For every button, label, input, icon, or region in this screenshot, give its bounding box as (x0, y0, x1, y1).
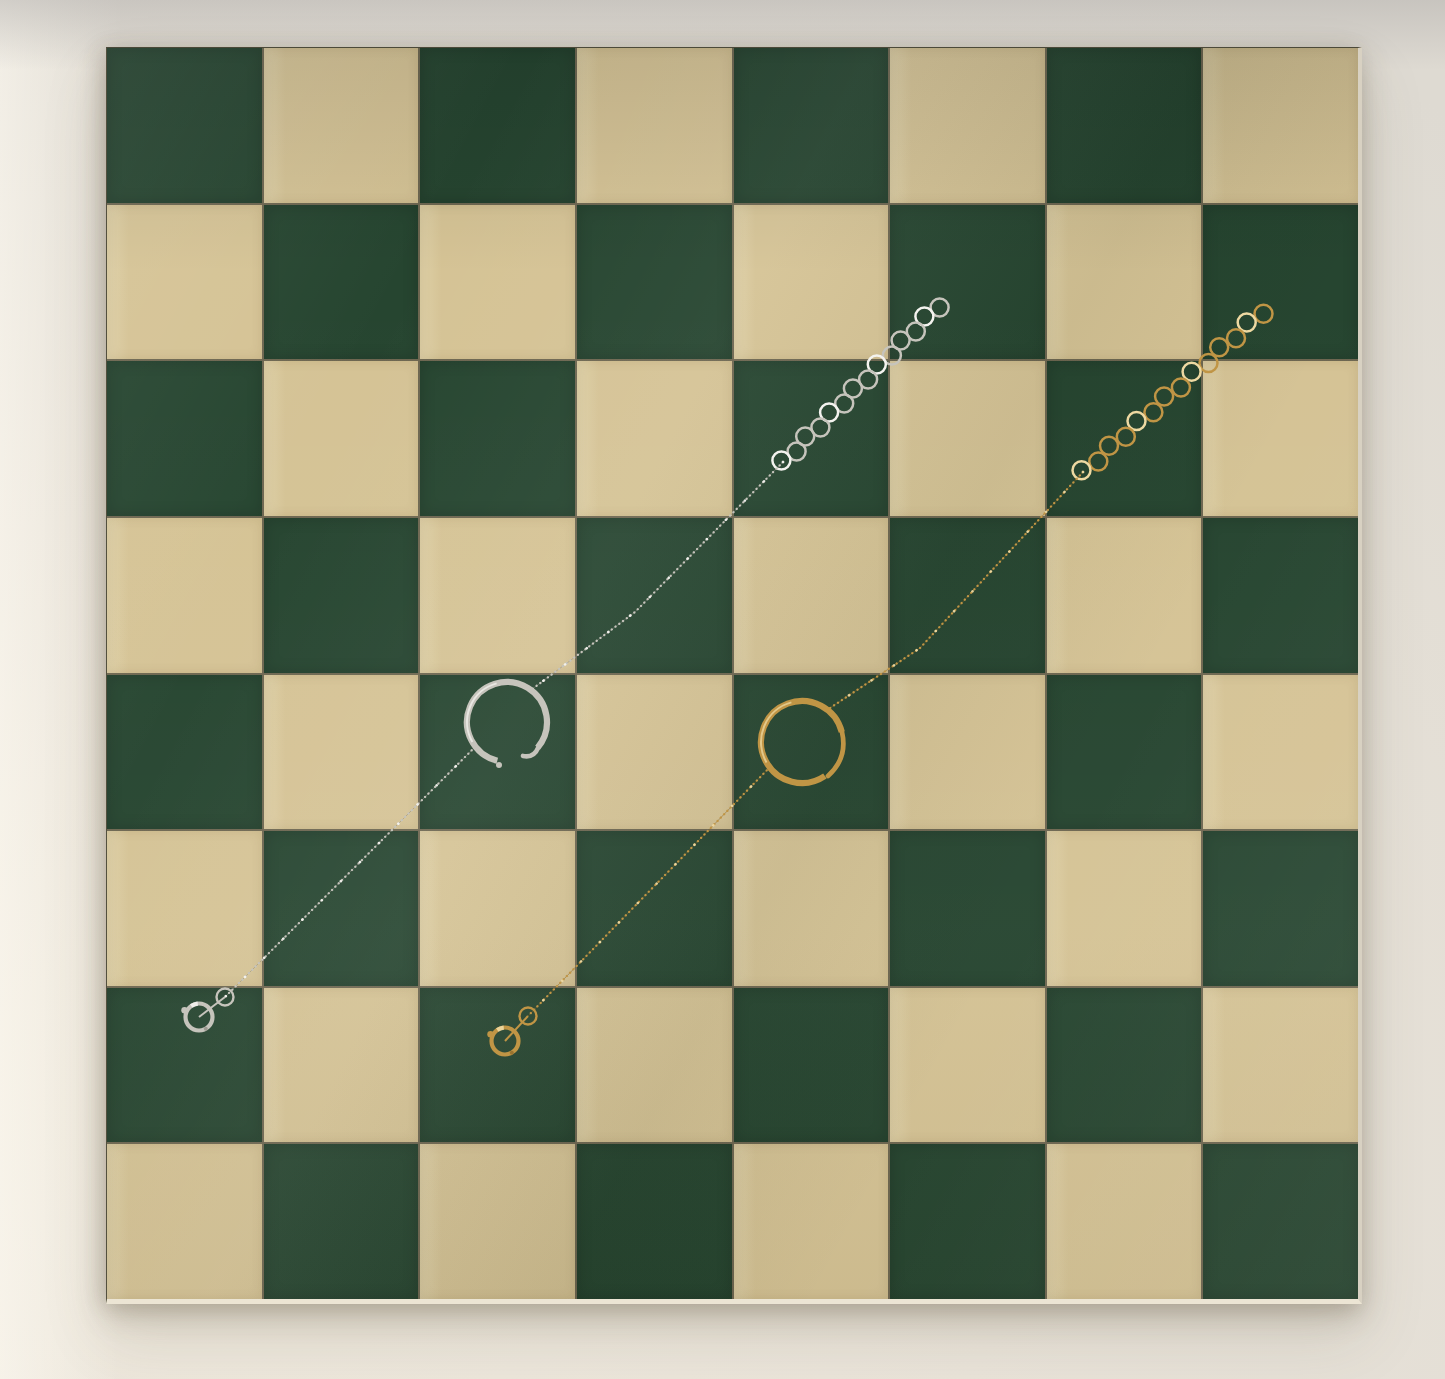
square-h4 (1203, 675, 1358, 830)
square-f3 (890, 831, 1045, 986)
square-h3 (1203, 831, 1358, 986)
square-g3 (1047, 831, 1202, 986)
square-e2 (734, 988, 889, 1143)
square-a1 (107, 1144, 262, 1299)
square-a2 (107, 988, 262, 1143)
square-d3 (577, 831, 732, 986)
square-g2 (1047, 988, 1202, 1143)
square-a6 (107, 361, 262, 516)
square-c8 (420, 48, 575, 203)
square-d6 (577, 361, 732, 516)
square-b1 (264, 1144, 419, 1299)
square-d4 (577, 675, 732, 830)
square-h1 (1203, 1144, 1358, 1299)
square-f7 (890, 205, 1045, 360)
square-e3 (734, 831, 889, 986)
square-g8 (1047, 48, 1202, 203)
square-a5 (107, 518, 262, 673)
square-f5 (890, 518, 1045, 673)
square-h8 (1203, 48, 1358, 203)
square-h5 (1203, 518, 1358, 673)
square-c3 (420, 831, 575, 986)
square-a3 (107, 831, 262, 986)
square-d7 (577, 205, 732, 360)
square-c6 (420, 361, 575, 516)
square-a8 (107, 48, 262, 203)
square-h2 (1203, 988, 1358, 1143)
square-e4 (734, 675, 889, 830)
square-g7 (1047, 205, 1202, 360)
square-g1 (1047, 1144, 1202, 1299)
square-g6 (1047, 361, 1202, 516)
square-c7 (420, 205, 575, 360)
square-e8 (734, 48, 889, 203)
square-e7 (734, 205, 889, 360)
square-g4 (1047, 675, 1202, 830)
square-f2 (890, 988, 1045, 1143)
square-f8 (890, 48, 1045, 203)
square-c4 (420, 675, 575, 830)
square-b7 (264, 205, 419, 360)
square-g5 (1047, 518, 1202, 673)
square-f6 (890, 361, 1045, 516)
square-e6 (734, 361, 889, 516)
square-b4 (264, 675, 419, 830)
chessboard (106, 47, 1362, 1304)
square-f1 (890, 1144, 1045, 1299)
square-c5 (420, 518, 575, 673)
square-d8 (577, 48, 732, 203)
square-d2 (577, 988, 732, 1143)
square-a7 (107, 205, 262, 360)
square-b5 (264, 518, 419, 673)
square-b8 (264, 48, 419, 203)
square-b2 (264, 988, 419, 1143)
square-h6 (1203, 361, 1358, 516)
square-d1 (577, 1144, 732, 1299)
square-h7 (1203, 205, 1358, 360)
square-f4 (890, 675, 1045, 830)
square-d5 (577, 518, 732, 673)
square-b3 (264, 831, 419, 986)
square-b6 (264, 361, 419, 516)
photo-scene (0, 0, 1445, 1379)
square-c1 (420, 1144, 575, 1299)
square-c2 (420, 988, 575, 1143)
square-e1 (734, 1144, 889, 1299)
square-e5 (734, 518, 889, 673)
square-a4 (107, 675, 262, 830)
